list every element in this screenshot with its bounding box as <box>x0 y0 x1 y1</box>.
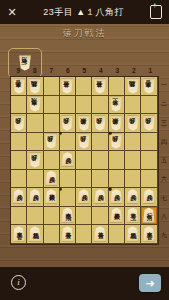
board-cell: 玉将 <box>125 207 141 226</box>
board-cell <box>141 133 157 152</box>
rank-label: 一 <box>159 82 169 88</box>
board-cell <box>141 151 157 170</box>
board-cell <box>109 151 125 170</box>
rank-label: 八 <box>159 214 169 220</box>
board-cell <box>27 133 43 152</box>
board-cell <box>109 170 125 189</box>
koma-gote: 王将 <box>110 96 123 112</box>
star-point <box>109 188 112 191</box>
board-cell <box>76 170 92 189</box>
board-cell <box>76 225 92 244</box>
koma-sente: 歩兵 <box>126 189 139 205</box>
koma-gote: 歩兵 <box>29 152 42 168</box>
board-cell: 飛車 <box>27 96 43 115</box>
koma-sente: 香車 <box>12 226 25 242</box>
board-cell <box>60 133 76 152</box>
board-cell: 銀将 <box>76 114 92 133</box>
board-cell: 銀将 <box>44 188 60 207</box>
board-cell <box>125 170 141 189</box>
board-cell <box>44 225 60 244</box>
board-cell <box>125 151 141 170</box>
koma-gote: 香車 <box>143 78 156 94</box>
file-label: 7 <box>43 65 60 76</box>
board-cell <box>92 96 108 115</box>
board-cell: 香車 <box>11 77 27 96</box>
board-cell: 歩兵 <box>44 133 60 152</box>
board-cell: 歩兵 <box>92 114 108 133</box>
board-cell: 王将 <box>109 96 125 115</box>
board-cell: 桂馬 <box>125 77 141 96</box>
board-cell <box>76 151 92 170</box>
info-button[interactable]: i <box>11 275 26 290</box>
board-cell <box>60 170 76 189</box>
rank-label: 二 <box>159 101 169 107</box>
board-cell: 歩兵 <box>92 188 108 207</box>
board-cell: 飛車 <box>60 207 76 226</box>
board-cell: 銀将 <box>109 114 125 133</box>
board-cell: 歩兵 <box>27 151 43 170</box>
rank-label: 七 <box>159 195 169 201</box>
koma-sente: 歩兵 <box>110 189 123 205</box>
board-cell <box>44 207 60 226</box>
star-point <box>59 188 62 191</box>
koma-sente: 玉将 <box>126 208 139 224</box>
file-label: 8 <box>27 65 44 76</box>
board-cell: 香車 <box>141 225 157 244</box>
board-cell <box>11 133 27 152</box>
board-cell <box>60 96 76 115</box>
board-cell: 香車 <box>141 77 157 96</box>
board-cell <box>76 96 92 115</box>
board-cell: 歩兵 <box>109 188 125 207</box>
koma-sente: 金将 <box>61 226 74 242</box>
koma-gote: 桂馬 <box>29 78 42 94</box>
board-cell <box>27 114 43 133</box>
board-cell <box>109 225 125 244</box>
board-cell: 歩兵 <box>60 151 76 170</box>
koma-sente: 歩兵 <box>143 189 156 205</box>
board-cell: 歩兵 <box>141 114 157 133</box>
board-cell: 歩兵 <box>76 188 92 207</box>
file-label: 6 <box>60 65 77 76</box>
rank-label: 四 <box>159 139 169 145</box>
board-cell: 歩兵 <box>109 133 125 152</box>
shogi-board: 香車桂馬金将金将桂馬香車飛車王将歩兵歩兵銀将歩兵銀将歩兵歩兵歩兵歩兵歩兵歩兵歩兵… <box>10 76 159 245</box>
strategy-banner: 薙刀戦法 <box>0 27 169 40</box>
board-cell: 香車 <box>11 225 27 244</box>
share-button[interactable] <box>143 5 169 19</box>
share-icon <box>150 5 162 19</box>
file-labels: 987654321 <box>10 65 159 76</box>
koma-gote: 銀将 <box>77 115 90 131</box>
board-cell: 桂馬 <box>27 77 43 96</box>
koma-gote: 香車 <box>12 78 25 94</box>
file-label: 1 <box>142 65 159 76</box>
board-cell: 歩兵 <box>60 114 76 133</box>
koma-sente: 銀将 <box>110 208 123 224</box>
board-cell: 歩兵 <box>11 188 27 207</box>
rank-label: 三 <box>159 120 169 126</box>
koma-gote: 銀将 <box>110 115 123 131</box>
koma-sente: 銀将 <box>45 189 58 205</box>
board-cell <box>76 207 92 226</box>
board-cell <box>27 170 43 189</box>
koma-gote: 歩兵 <box>94 115 107 131</box>
board-cell <box>92 207 108 226</box>
rank-label: 九 <box>159 232 169 238</box>
board-cell: 金将 <box>60 77 76 96</box>
board-cell <box>44 114 60 133</box>
board-cell: 歩兵 <box>141 188 157 207</box>
file-label: 9 <box>10 65 27 76</box>
koma-gote: 歩兵 <box>110 134 123 150</box>
board-cell: 歩兵 <box>125 188 141 207</box>
koma-sente: 飛車 <box>61 208 74 224</box>
board-cell: 角行 <box>141 207 157 226</box>
koma-sente: 歩兵 <box>29 189 42 205</box>
board-cell <box>109 77 125 96</box>
board-cell <box>11 170 27 189</box>
star-point <box>109 132 112 135</box>
board-cell <box>44 77 60 96</box>
board-cell <box>141 170 157 189</box>
koma-gote: 桂馬 <box>126 78 139 94</box>
file-label: 3 <box>109 65 126 76</box>
title-bar: ✕ 23手目 ▲１八角打 <box>0 0 169 24</box>
koma-sente: 桂馬 <box>29 226 42 242</box>
file-label: 2 <box>126 65 143 76</box>
board-cell <box>11 151 27 170</box>
board-cell: 金将 <box>60 225 76 244</box>
board-cell <box>11 96 27 115</box>
koma-gote: 歩兵 <box>61 115 74 131</box>
koma-sente: 金将 <box>94 226 107 242</box>
board-cell <box>92 170 108 189</box>
next-move-button[interactable]: ➜ <box>139 274 161 292</box>
file-label: 5 <box>76 65 93 76</box>
board-cell: 歩兵 <box>76 133 92 152</box>
board-cell: 歩兵 <box>125 114 141 133</box>
board-cell <box>92 151 108 170</box>
board-cell <box>92 133 108 152</box>
board-cell: 金将 <box>92 225 108 244</box>
board-cell <box>44 96 60 115</box>
board-cell: 金将 <box>92 77 108 96</box>
board-cell <box>125 133 141 152</box>
file-label: 4 <box>93 65 110 76</box>
koma-sente: 歩兵 <box>77 189 90 205</box>
board-cell: 歩兵 <box>11 114 27 133</box>
koma-gote: 金将 <box>61 78 74 94</box>
board-cell: 歩兵 <box>44 170 60 189</box>
board-cell <box>44 151 60 170</box>
board-cell <box>141 96 157 115</box>
move-title: 23手目 ▲１八角打 <box>24 6 143 19</box>
koma-gote: 飛車 <box>29 96 42 112</box>
board-cell: 歩兵 <box>27 188 43 207</box>
koma-gote: 歩兵 <box>45 134 58 150</box>
close-icon[interactable]: ✕ <box>0 0 24 24</box>
koma-sente: 歩兵 <box>12 189 25 205</box>
board-cell <box>60 188 76 207</box>
rank-labels: 一二三四五六七八九 <box>159 76 169 245</box>
koma-gote: 歩兵 <box>143 115 156 131</box>
koma-gote: 金将 <box>94 78 107 94</box>
board-cell <box>125 96 141 115</box>
board-cell <box>27 207 43 226</box>
board-cell: 桂馬 <box>125 225 141 244</box>
koma-gote: 歩兵 <box>126 115 139 131</box>
board-cell: 銀将 <box>109 207 125 226</box>
koma-sente: 歩兵 <box>61 152 74 168</box>
koma-sente: 桂馬 <box>126 226 139 242</box>
star-point <box>59 132 62 135</box>
koma-sente: 角行 <box>143 208 156 224</box>
board-cell: 桂馬 <box>27 225 43 244</box>
rank-label: 六 <box>159 176 169 182</box>
board-cell <box>11 207 27 226</box>
koma-sente: 歩兵 <box>94 189 107 205</box>
koma-gote: 歩兵 <box>77 134 90 150</box>
koma-gote: 歩兵 <box>12 115 25 131</box>
rank-label: 五 <box>159 157 169 163</box>
board-cell <box>76 77 92 96</box>
koma-sente: 歩兵 <box>45 171 58 187</box>
koma-sente: 香車 <box>143 226 156 242</box>
bottom-bar: i ➜ <box>0 267 169 300</box>
